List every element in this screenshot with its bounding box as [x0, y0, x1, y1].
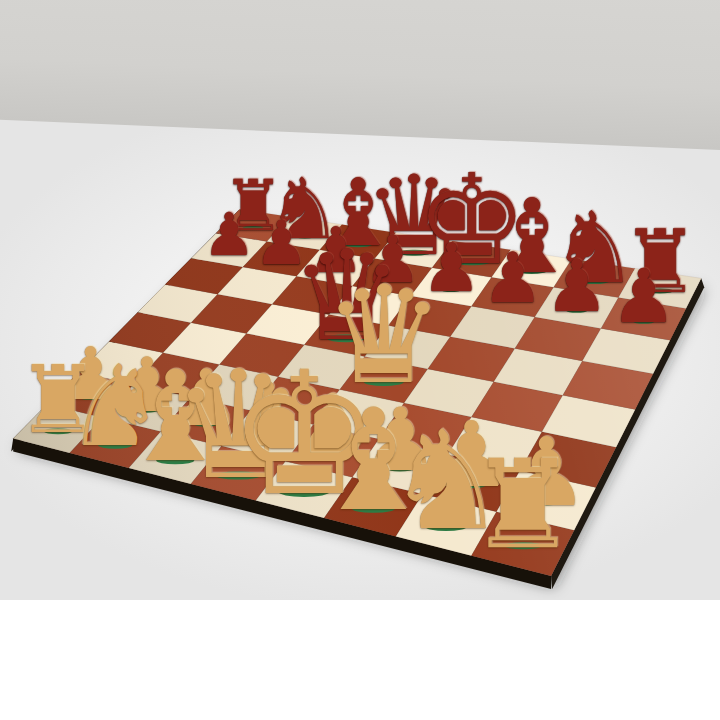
board-sheen-overlay: [13, 209, 701, 576]
bottom-white-margin: [0, 600, 720, 720]
photo-scene: ♜♞♝♛♚♝♞♜♟♟♟♟♟♟♟♟♛♛♟♟♟♟♟♟♟♟♜♞♝♛♚♝♞♜: [0, 0, 720, 720]
